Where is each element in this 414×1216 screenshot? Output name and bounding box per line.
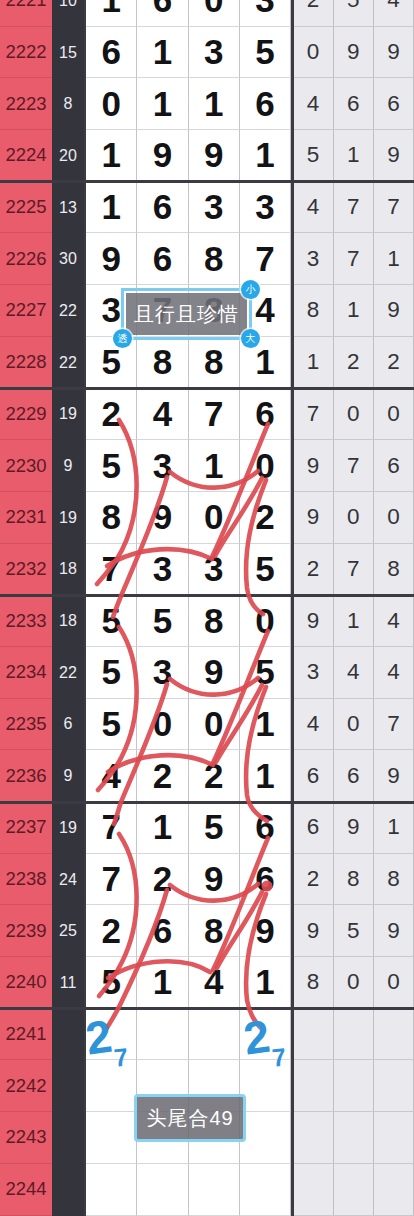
draw-digit: 5 xyxy=(189,802,240,854)
sum-value: 15 xyxy=(52,27,86,79)
draw-digit: 0 xyxy=(189,0,240,27)
draw-digit xyxy=(86,1009,137,1061)
row-2228: 2228225881122 xyxy=(0,337,414,389)
draw-digit: 1 xyxy=(240,957,291,1009)
draw-digit: 5 xyxy=(240,27,291,79)
draw-digit: 2 xyxy=(86,389,137,441)
sum-value xyxy=(52,1009,86,1061)
row-2235: 223565001407 xyxy=(0,699,414,751)
aux-digit: 9 xyxy=(334,27,374,79)
period-label: 2224 xyxy=(0,130,52,182)
aux-digit: 5 xyxy=(294,130,334,182)
draw-digit: 0 xyxy=(240,595,291,647)
sum-value: 20 xyxy=(52,130,86,182)
period-label: 2222 xyxy=(0,27,52,79)
draw-digit: 1 xyxy=(137,27,188,79)
aux-digit: 2 xyxy=(374,337,414,389)
aux-digit: 4 xyxy=(334,647,374,699)
aux-digit: 8 xyxy=(294,957,334,1009)
sum-value: 24 xyxy=(52,854,86,906)
aux-digit xyxy=(334,1112,374,1164)
draw-digit xyxy=(189,1164,240,1216)
aux-digit: 1 xyxy=(334,285,374,337)
draw-digit: 6 xyxy=(137,905,188,957)
draw-digit xyxy=(240,1060,291,1112)
aux-digit: 0 xyxy=(334,957,374,1009)
aux-digit: 1 xyxy=(374,233,414,285)
period-label: 2225 xyxy=(0,182,52,234)
draw-digit: 0 xyxy=(137,699,188,751)
aux-digit: 1 xyxy=(334,130,374,182)
draw-digit: 9 xyxy=(137,130,188,182)
resize-larger-handle[interactable]: 大 xyxy=(241,329,260,348)
row-2237: 2237197156691 xyxy=(0,802,414,854)
aux-digit: 4 xyxy=(294,699,334,751)
draw-digit: 5 xyxy=(86,440,137,492)
draw-digit: 9 xyxy=(240,905,291,957)
sum-value: 22 xyxy=(52,285,86,337)
draw-digit: 8 xyxy=(86,492,137,544)
aux-digit: 6 xyxy=(294,802,334,854)
draw-digit: 6 xyxy=(240,854,291,906)
aux-digit: 2 xyxy=(294,0,334,27)
row-2239: 2239252689959 xyxy=(0,905,414,957)
draw-digit: 5 xyxy=(137,595,188,647)
aux-digit xyxy=(294,1009,334,1061)
aux-digit: 7 xyxy=(294,389,334,441)
sum-value: 22 xyxy=(52,647,86,699)
sum-value: 22 xyxy=(52,337,86,389)
draw-digit xyxy=(86,1164,137,1216)
aux-digit: 4 xyxy=(374,595,414,647)
aux-digit: 9 xyxy=(334,802,374,854)
aux-digit: 0 xyxy=(374,389,414,441)
aux-digit: 8 xyxy=(374,854,414,906)
row-2236: 223694221669 xyxy=(0,750,414,802)
aux-digit: 6 xyxy=(294,750,334,802)
aux-digit: 5 xyxy=(334,0,374,27)
draw-digit: 7 xyxy=(86,802,137,854)
draw-digit: 1 xyxy=(86,130,137,182)
draw-digit: 5 xyxy=(86,699,137,751)
aux-digit: 4 xyxy=(374,0,414,27)
period-label: 2230 xyxy=(0,440,52,492)
draw-digit: 5 xyxy=(240,647,291,699)
draw-digit: 3 xyxy=(137,544,188,596)
draw-digit: 6 xyxy=(86,27,137,79)
draw-digit xyxy=(240,1009,291,1061)
sum-value: 13 xyxy=(52,182,86,234)
draw-digit: 9 xyxy=(189,854,240,906)
sum-value: 11 xyxy=(52,957,86,1009)
draw-digit: 2 xyxy=(189,750,240,802)
draw-digit: 6 xyxy=(137,233,188,285)
draw-digit: 8 xyxy=(189,905,240,957)
aux-digit: 3 xyxy=(294,233,334,285)
draw-digit: 1 xyxy=(137,802,188,854)
draw-digit: 3 xyxy=(189,544,240,596)
row-2226: 2226309687371 xyxy=(0,233,414,285)
period-label: 2236 xyxy=(0,750,52,802)
draw-digit: 3 xyxy=(240,0,291,27)
sum-value: 9 xyxy=(52,440,86,492)
aux-digit: 6 xyxy=(374,440,414,492)
period-label: 2240 xyxy=(0,957,52,1009)
period-label: 2233 xyxy=(0,595,52,647)
draw-digit: 5 xyxy=(240,544,291,596)
row-2224: 2224201991519 xyxy=(0,130,414,182)
draw-digit: 6 xyxy=(240,78,291,130)
period-label: 2232 xyxy=(0,544,52,596)
annotation-banner-text: 且行且珍惜 xyxy=(126,293,247,335)
aux-digit xyxy=(374,1164,414,1216)
period-label: 2237 xyxy=(0,802,52,854)
aux-digit: 7 xyxy=(334,182,374,234)
draw-digit: 0 xyxy=(86,78,137,130)
period-label: 2234 xyxy=(0,647,52,699)
aux-digit xyxy=(294,1112,334,1164)
draw-digit: 1 xyxy=(240,130,291,182)
row-2234: 2234225395344 xyxy=(0,647,414,699)
row-2240: 2240115141800 xyxy=(0,957,414,1009)
aux-digit: 9 xyxy=(294,905,334,957)
draw-digit: 0 xyxy=(189,492,240,544)
aux-digit: 7 xyxy=(334,233,374,285)
sum-value xyxy=(52,1164,86,1216)
period-label: 2223 xyxy=(0,78,52,130)
draw-digit: 4 xyxy=(86,750,137,802)
aux-digit: 4 xyxy=(294,182,334,234)
aux-digit: 9 xyxy=(374,130,414,182)
aux-digit: 8 xyxy=(334,854,374,906)
aux-digit: 0 xyxy=(374,957,414,1009)
draw-digit: 5 xyxy=(86,647,137,699)
sum-value: 19 xyxy=(52,389,86,441)
aux-digit: 7 xyxy=(374,182,414,234)
draw-digit: 5 xyxy=(86,957,137,1009)
draw-digit: 7 xyxy=(86,544,137,596)
trend-chart-screen: 2221101603254222215613509922238011646622… xyxy=(0,0,414,1216)
sum-value xyxy=(52,1060,86,1112)
draw-digit: 6 xyxy=(137,0,188,27)
row-2232: 2232187335278 xyxy=(0,544,414,596)
draw-digit: 0 xyxy=(240,440,291,492)
aux-digit xyxy=(374,1009,414,1061)
draw-digit xyxy=(240,1164,291,1216)
sum-value: 6 xyxy=(52,699,86,751)
aux-digit: 9 xyxy=(294,492,334,544)
sum-value: 18 xyxy=(52,544,86,596)
draw-digit: 1 xyxy=(189,78,240,130)
draw-digit: 4 xyxy=(137,389,188,441)
draw-digit: 9 xyxy=(137,492,188,544)
aux-digit: 0 xyxy=(374,492,414,544)
aux-digit: 8 xyxy=(294,285,334,337)
aux-digit xyxy=(294,1164,334,1216)
draw-digit: 1 xyxy=(189,440,240,492)
draw-digit: 8 xyxy=(137,337,188,389)
draw-digit: 0 xyxy=(189,699,240,751)
row-2233: 2233185580914 xyxy=(0,595,414,647)
draw-digit: 3 xyxy=(137,647,188,699)
draw-digit: 1 xyxy=(240,750,291,802)
row-2241: 2241 xyxy=(0,1009,414,1061)
draw-digit: 8 xyxy=(189,233,240,285)
aux-digit: 7 xyxy=(334,440,374,492)
aux-digit: 7 xyxy=(334,544,374,596)
aux-digit xyxy=(294,1060,334,1112)
sum-value: 19 xyxy=(52,492,86,544)
draw-digit: 2 xyxy=(240,492,291,544)
aux-digit: 0 xyxy=(294,27,334,79)
draw-digit: 7 xyxy=(86,854,137,906)
row-2230: 223095310976 xyxy=(0,440,414,492)
draw-digit: 2 xyxy=(137,854,188,906)
draw-digit: 3 xyxy=(240,182,291,234)
aux-digit: 6 xyxy=(334,78,374,130)
draw-digit: 6 xyxy=(240,802,291,854)
period-label: 2228 xyxy=(0,337,52,389)
draw-digit: 3 xyxy=(189,182,240,234)
draw-digit: 8 xyxy=(189,337,240,389)
aux-digit: 6 xyxy=(374,78,414,130)
aux-digit xyxy=(374,1112,414,1164)
row-2223: 222380116466 xyxy=(0,78,414,130)
sum-note-text: 头尾合49 xyxy=(137,1097,243,1139)
aux-digit: 9 xyxy=(294,440,334,492)
period-label: 2238 xyxy=(0,854,52,906)
draw-digit: 1 xyxy=(86,182,137,234)
sum-value: 30 xyxy=(52,233,86,285)
aux-digit: 2 xyxy=(294,854,334,906)
draw-digit xyxy=(189,1009,240,1061)
sum-value: 9 xyxy=(52,750,86,802)
aux-digit: 7 xyxy=(374,699,414,751)
sum-note-banner[interactable]: 头尾合49 xyxy=(134,1094,246,1142)
sum-value: 18 xyxy=(52,595,86,647)
row-2231: 2231198902900 xyxy=(0,492,414,544)
aux-digit: 3 xyxy=(294,647,334,699)
period-label: 2235 xyxy=(0,699,52,751)
aux-digit: 1 xyxy=(374,802,414,854)
draw-digit: 7 xyxy=(189,389,240,441)
resize-smaller-handle[interactable]: 小 xyxy=(241,280,260,299)
aux-digit xyxy=(334,1009,374,1061)
draw-digit xyxy=(86,1060,137,1112)
aux-digit xyxy=(374,1060,414,1112)
draw-digit: 9 xyxy=(189,647,240,699)
aux-digit: 2 xyxy=(334,337,374,389)
draw-digit: 3 xyxy=(137,440,188,492)
row-2222: 2222156135099 xyxy=(0,27,414,79)
row-2225: 2225131633477 xyxy=(0,182,414,234)
draw-digit: 7 xyxy=(240,233,291,285)
draw-digit xyxy=(86,1112,137,1164)
draw-digit: 6 xyxy=(240,389,291,441)
period-label: 2227 xyxy=(0,285,52,337)
aux-digit: 0 xyxy=(334,389,374,441)
row-2244: 2244 xyxy=(0,1164,414,1216)
draw-digit: 6 xyxy=(137,182,188,234)
aux-digit: 0 xyxy=(334,699,374,751)
draw-digit: 8 xyxy=(189,595,240,647)
aux-digit: 4 xyxy=(374,647,414,699)
aux-digit: 9 xyxy=(294,595,334,647)
aux-digit: 9 xyxy=(374,750,414,802)
draw-digit: 9 xyxy=(189,130,240,182)
period-label: 2221 xyxy=(0,0,52,27)
draw-digit xyxy=(137,1009,188,1061)
period-label: 2241 xyxy=(0,1009,52,1061)
draw-digit: 1 xyxy=(137,957,188,1009)
draw-digit: 9 xyxy=(86,233,137,285)
period-label: 2226 xyxy=(0,233,52,285)
trend-table: 2221101603254222215613509922238011646622… xyxy=(0,0,414,1216)
draw-digit: 2 xyxy=(86,905,137,957)
aux-digit: 4 xyxy=(294,78,334,130)
draw-digit: 4 xyxy=(189,957,240,1009)
aux-digit: 6 xyxy=(334,750,374,802)
period-label: 2229 xyxy=(0,389,52,441)
aux-digit: 0 xyxy=(334,492,374,544)
period-label: 2242 xyxy=(0,1060,52,1112)
aux-digit xyxy=(334,1060,374,1112)
sum-value: 10 xyxy=(52,0,86,27)
draw-digit: 1 xyxy=(86,0,137,27)
sum-value xyxy=(52,1112,86,1164)
row-2221: 2221101603254 xyxy=(0,0,414,27)
draw-digit: 3 xyxy=(189,27,240,79)
annotation-banner[interactable]: 且行且珍惜 小 透 大 xyxy=(121,288,252,340)
draw-digit xyxy=(137,1164,188,1216)
period-label: 2243 xyxy=(0,1112,52,1164)
draw-digit: 1 xyxy=(137,78,188,130)
period-label: 2239 xyxy=(0,905,52,957)
row-2229: 2229192476700 xyxy=(0,389,414,441)
aux-digit: 5 xyxy=(334,905,374,957)
period-label: 2244 xyxy=(0,1164,52,1216)
aux-digit: 9 xyxy=(374,27,414,79)
period-label: 2231 xyxy=(0,492,52,544)
aux-digit: 1 xyxy=(294,337,334,389)
sum-value: 8 xyxy=(52,78,86,130)
aux-digit: 9 xyxy=(374,905,414,957)
sum-value: 25 xyxy=(52,905,86,957)
aux-digit: 9 xyxy=(374,285,414,337)
aux-digit: 8 xyxy=(374,544,414,596)
row-2238: 2238247296288 xyxy=(0,854,414,906)
transparency-handle[interactable]: 透 xyxy=(113,329,132,348)
draw-digit: 2 xyxy=(137,750,188,802)
aux-digit: 1 xyxy=(334,595,374,647)
sum-value: 19 xyxy=(52,802,86,854)
aux-digit: 2 xyxy=(294,544,334,596)
aux-digit xyxy=(334,1164,374,1216)
draw-digit xyxy=(240,1112,291,1164)
draw-digit: 5 xyxy=(86,595,137,647)
draw-digit: 1 xyxy=(240,699,291,751)
